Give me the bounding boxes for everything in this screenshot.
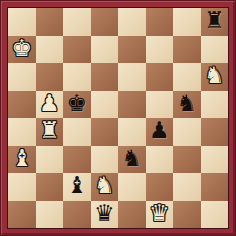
white-pawn-b5: ♟ [39,91,60,117]
square-h4[interactable] [201,118,229,146]
square-d5[interactable] [91,91,119,119]
white-rook-b4: ♜ [39,118,60,144]
square-d7[interactable] [91,36,119,64]
square-h1[interactable] [201,201,229,229]
square-g7[interactable] [173,36,201,64]
square-f1[interactable]: ♛ [146,201,174,229]
black-knight-e3: ♞ [121,146,142,172]
square-h5[interactable] [201,91,229,119]
black-bishop-c2: ♝ [66,173,87,199]
square-c4[interactable] [63,118,91,146]
white-knight-h6: ♞ [204,63,225,89]
square-f4[interactable]: ♟ [146,118,174,146]
square-e7[interactable] [118,36,146,64]
square-b3[interactable] [36,146,64,174]
square-c7[interactable] [63,36,91,64]
square-h7[interactable] [201,36,229,64]
square-b1[interactable] [36,201,64,229]
square-a3[interactable]: ♝ [8,146,36,174]
square-c5[interactable]: ♚ [63,91,91,119]
square-d4[interactable] [91,118,119,146]
square-f8[interactable] [146,8,174,36]
square-e8[interactable] [118,8,146,36]
square-h6[interactable]: ♞ [201,63,229,91]
square-e2[interactable] [118,173,146,201]
square-e4[interactable] [118,118,146,146]
square-f7[interactable] [146,36,174,64]
square-b4[interactable]: ♜ [36,118,64,146]
square-c8[interactable] [63,8,91,36]
square-d3[interactable] [91,146,119,174]
white-knight-d2: ♞ [94,173,115,199]
square-g6[interactable] [173,63,201,91]
square-b5[interactable]: ♟ [36,91,64,119]
square-c6[interactable] [63,63,91,91]
square-e6[interactable] [118,63,146,91]
square-c2[interactable]: ♝ [63,173,91,201]
square-g1[interactable] [173,201,201,229]
square-e5[interactable] [118,91,146,119]
square-g5[interactable]: ♞ [173,91,201,119]
square-g3[interactable] [173,146,201,174]
square-f6[interactable] [146,63,174,91]
white-bishop-a3: ♝ [11,146,32,172]
black-king-c5: ♚ [66,91,87,117]
square-a2[interactable] [8,173,36,201]
square-d8[interactable] [91,8,119,36]
square-g4[interactable] [173,118,201,146]
square-b2[interactable] [36,173,64,201]
square-h2[interactable] [201,173,229,201]
square-f3[interactable] [146,146,174,174]
square-b8[interactable] [36,8,64,36]
square-g2[interactable] [173,173,201,201]
square-c1[interactable] [63,201,91,229]
black-knight-g5: ♞ [176,91,197,117]
square-b7[interactable] [36,36,64,64]
square-f2[interactable] [146,173,174,201]
square-a6[interactable] [8,63,36,91]
square-h3[interactable] [201,146,229,174]
square-a8[interactable] [8,8,36,36]
square-h8[interactable]: ♜ [201,8,229,36]
black-pawn-f4: ♟ [149,118,170,144]
black-queen-d1: ♛ [94,201,115,227]
square-a5[interactable] [8,91,36,119]
square-g8[interactable] [173,8,201,36]
black-rook-h8: ♜ [204,8,225,34]
square-f5[interactable] [146,91,174,119]
square-d6[interactable] [91,63,119,91]
square-a7[interactable]: ♚ [8,36,36,64]
chess-board-frame: ♜♚♞♟♚♞♜♟♝♞♝♞♛♛ [0,0,236,236]
white-king-a7: ♚ [11,36,32,62]
square-d1[interactable]: ♛ [91,201,119,229]
chess-board: ♜♚♞♟♚♞♜♟♝♞♝♞♛♛ [8,8,228,228]
square-a1[interactable] [8,201,36,229]
white-queen-f1: ♛ [149,201,170,227]
square-e3[interactable]: ♞ [118,146,146,174]
square-d2[interactable]: ♞ [91,173,119,201]
square-a4[interactable] [8,118,36,146]
square-e1[interactable] [118,201,146,229]
square-c3[interactable] [63,146,91,174]
square-b6[interactable] [36,63,64,91]
